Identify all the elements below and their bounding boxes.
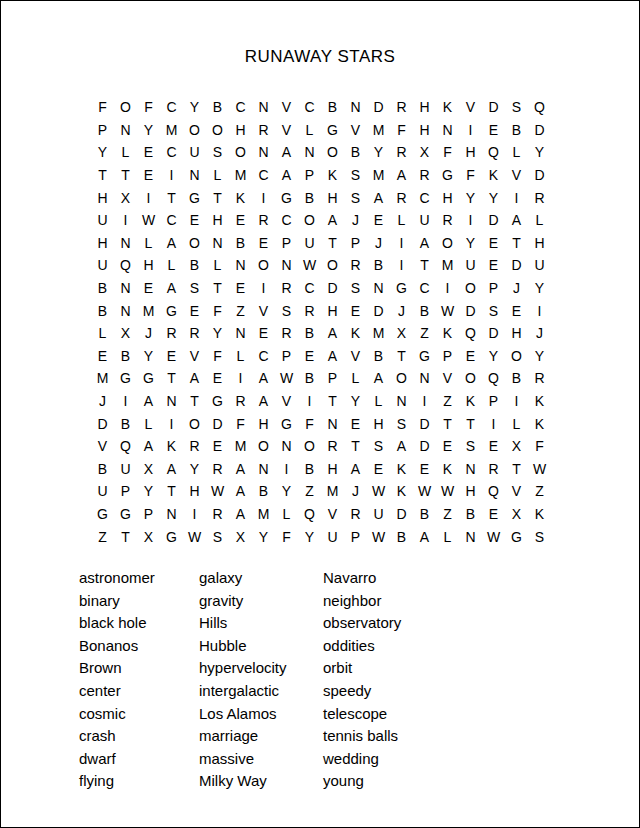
grid-cell-r9c1[interactable]: B	[91, 277, 114, 300]
grid-cell-r4c3[interactable]: E	[137, 164, 160, 187]
grid-cell-r5c9[interactable]: G	[275, 186, 298, 209]
word-list-item[interactable]: galaxy	[199, 567, 323, 590]
grid-cell-r2c5[interactable]: O	[183, 119, 206, 142]
grid-cell-r10c19[interactable]: E	[505, 299, 528, 322]
grid-cell-r2c15[interactable]: H	[413, 119, 436, 142]
grid-cell-r15c19[interactable]: L	[505, 412, 528, 435]
grid-cell-r11c11[interactable]: A	[321, 322, 344, 345]
grid-cell-r18c10[interactable]: Z	[298, 480, 321, 503]
grid-cell-r10c12[interactable]: E	[344, 299, 367, 322]
grid-cell-r10c2[interactable]: N	[114, 299, 137, 322]
grid-cell-r6c14[interactable]: L	[390, 209, 413, 232]
grid-cell-r11c18[interactable]: D	[482, 322, 505, 345]
word-list-item[interactable]: dwarf	[79, 748, 199, 771]
grid-cell-r10c18[interactable]: S	[482, 299, 505, 322]
grid-cell-r9c6[interactable]: T	[206, 277, 229, 300]
word-list-item[interactable]: gravity	[199, 590, 323, 613]
grid-cell-r11c14[interactable]: X	[390, 322, 413, 345]
grid-cell-r3c3[interactable]: E	[137, 141, 160, 164]
grid-cell-r2c3[interactable]: Y	[137, 119, 160, 142]
word-list-item[interactable]: observatory	[323, 612, 401, 635]
grid-cell-r18c9[interactable]: Y	[275, 480, 298, 503]
grid-cell-r13c17[interactable]: O	[459, 367, 482, 390]
grid-cell-r14c15[interactable]: I	[413, 390, 436, 413]
grid-cell-r11c2[interactable]: X	[114, 322, 137, 345]
grid-cell-r4c5[interactable]: N	[183, 164, 206, 187]
grid-cell-r11c3[interactable]: J	[137, 322, 160, 345]
grid-cell-r16c7[interactable]: M	[229, 435, 252, 458]
grid-cell-r12c8[interactable]: C	[252, 345, 275, 368]
grid-cell-r4c8[interactable]: C	[252, 164, 275, 187]
grid-cell-r17c15[interactable]: E	[413, 458, 436, 481]
grid-cell-r6c8[interactable]: R	[252, 209, 275, 232]
grid-cell-r14c7[interactable]: R	[229, 390, 252, 413]
grid-cell-r18c2[interactable]: P	[114, 480, 137, 503]
grid-cell-r18c4[interactable]: T	[160, 480, 183, 503]
grid-cell-r6c6[interactable]: H	[206, 209, 229, 232]
grid-cell-r2c1[interactable]: P	[91, 119, 114, 142]
grid-cell-r2c13[interactable]: M	[367, 119, 390, 142]
grid-cell-r8c13[interactable]: B	[367, 254, 390, 277]
grid-cell-r19c16[interactable]: Z	[436, 503, 459, 526]
grid-cell-r11c19[interactable]: H	[505, 322, 528, 345]
grid-cell-r17c7[interactable]: A	[229, 458, 252, 481]
grid-cell-r18c11[interactable]: M	[321, 480, 344, 503]
grid-cell-r12c2[interactable]: B	[114, 345, 137, 368]
grid-cell-r7c9[interactable]: P	[275, 232, 298, 255]
grid-cell-r19c17[interactable]: B	[459, 503, 482, 526]
grid-cell-r18c14[interactable]: K	[390, 480, 413, 503]
grid-cell-r7c12[interactable]: P	[344, 232, 367, 255]
grid-cell-r7c13[interactable]: J	[367, 232, 390, 255]
grid-cell-r8c19[interactable]: D	[505, 254, 528, 277]
grid-cell-r4c7[interactable]: M	[229, 164, 252, 187]
grid-cell-r19c3[interactable]: P	[137, 503, 160, 526]
grid-cell-r9c11[interactable]: D	[321, 277, 344, 300]
grid-cell-r5c20[interactable]: R	[528, 186, 551, 209]
grid-cell-r17c4[interactable]: A	[160, 458, 183, 481]
word-list-item[interactable]: Milky Way	[199, 770, 323, 793]
grid-cell-r9c14[interactable]: G	[390, 277, 413, 300]
grid-cell-r16c10[interactable]: O	[298, 435, 321, 458]
word-list-item[interactable]: black hole	[79, 612, 199, 635]
grid-cell-r11c7[interactable]: N	[229, 322, 252, 345]
grid-cell-r2c4[interactable]: M	[160, 119, 183, 142]
grid-cell-r6c10[interactable]: O	[298, 209, 321, 232]
grid-cell-r9c7[interactable]: E	[229, 277, 252, 300]
grid-cell-r4c18[interactable]: K	[482, 164, 505, 187]
grid-cell-r8c9[interactable]: N	[275, 254, 298, 277]
grid-cell-r8c5[interactable]: B	[183, 254, 206, 277]
grid-cell-r8c4[interactable]: L	[160, 254, 183, 277]
grid-cell-r1c11[interactable]: B	[321, 96, 344, 119]
grid-cell-r12c16[interactable]: P	[436, 345, 459, 368]
grid-cell-r7c18[interactable]: E	[482, 232, 505, 255]
grid-cell-r15c10[interactable]: F	[298, 412, 321, 435]
grid-cell-r15c16[interactable]: T	[436, 412, 459, 435]
grid-cell-r7c19[interactable]: T	[505, 232, 528, 255]
grid-cell-r17c6[interactable]: R	[206, 458, 229, 481]
grid-cell-r1c10[interactable]: C	[298, 96, 321, 119]
grid-cell-r10c13[interactable]: D	[367, 299, 390, 322]
grid-cell-r9c10[interactable]: C	[298, 277, 321, 300]
grid-cell-r2c8[interactable]: R	[252, 119, 275, 142]
grid-cell-r19c9[interactable]: L	[275, 503, 298, 526]
grid-cell-r13c19[interactable]: B	[505, 367, 528, 390]
word-list-item[interactable]: oddities	[323, 635, 401, 658]
grid-cell-r16c14[interactable]: A	[390, 435, 413, 458]
grid-cell-r6c20[interactable]: L	[528, 209, 551, 232]
grid-cell-r6c12[interactable]: J	[344, 209, 367, 232]
grid-cell-r11c15[interactable]: Z	[413, 322, 436, 345]
grid-cell-r2c2[interactable]: N	[114, 119, 137, 142]
grid-cell-r12c13[interactable]: B	[367, 345, 390, 368]
grid-cell-r8c12[interactable]: R	[344, 254, 367, 277]
grid-cell-r19c10[interactable]: Q	[298, 503, 321, 526]
grid-cell-r19c15[interactable]: B	[413, 503, 436, 526]
grid-cell-r2c11[interactable]: G	[321, 119, 344, 142]
grid-cell-r7c17[interactable]: Y	[459, 232, 482, 255]
grid-cell-r10c1[interactable]: B	[91, 299, 114, 322]
grid-cell-r17c19[interactable]: T	[505, 458, 528, 481]
grid-cell-r12c11[interactable]: A	[321, 345, 344, 368]
grid-cell-r15c13[interactable]: H	[367, 412, 390, 435]
grid-cell-r6c9[interactable]: C	[275, 209, 298, 232]
grid-cell-r17c18[interactable]: R	[482, 458, 505, 481]
grid-cell-r18c3[interactable]: Y	[137, 480, 160, 503]
grid-cell-r3c12[interactable]: B	[344, 141, 367, 164]
grid-cell-r19c5[interactable]: I	[183, 503, 206, 526]
grid-cell-r17c5[interactable]: Y	[183, 458, 206, 481]
grid-cell-r2c9[interactable]: V	[275, 119, 298, 142]
grid-cell-r17c12[interactable]: A	[344, 458, 367, 481]
grid-cell-r5c13[interactable]: A	[367, 186, 390, 209]
grid-cell-r4c13[interactable]: M	[367, 164, 390, 187]
grid-cell-r9c16[interactable]: I	[436, 277, 459, 300]
grid-cell-r15c9[interactable]: G	[275, 412, 298, 435]
grid-cell-r1c18[interactable]: D	[482, 96, 505, 119]
grid-cell-r16c16[interactable]: E	[436, 435, 459, 458]
grid-cell-r14c8[interactable]: A	[252, 390, 275, 413]
grid-cell-r7c6[interactable]: N	[206, 232, 229, 255]
grid-cell-r20c9[interactable]: F	[275, 525, 298, 548]
grid-cell-r20c19[interactable]: G	[505, 525, 528, 548]
grid-cell-r4c6[interactable]: L	[206, 164, 229, 187]
grid-cell-r14c14[interactable]: N	[390, 390, 413, 413]
grid-cell-r5c14[interactable]: R	[390, 186, 413, 209]
grid-cell-r6c4[interactable]: C	[160, 209, 183, 232]
grid-cell-r20c7[interactable]: X	[229, 525, 252, 548]
grid-cell-r3c11[interactable]: O	[321, 141, 344, 164]
grid-cell-r9c18[interactable]: P	[482, 277, 505, 300]
grid-cell-r20c11[interactable]: U	[321, 525, 344, 548]
grid-cell-r2c17[interactable]: I	[459, 119, 482, 142]
grid-cell-r20c4[interactable]: G	[160, 525, 183, 548]
grid-cell-r15c1[interactable]: D	[91, 412, 114, 435]
grid-cell-r17c16[interactable]: K	[436, 458, 459, 481]
grid-cell-r16c3[interactable]: A	[137, 435, 160, 458]
grid-cell-r6c17[interactable]: I	[459, 209, 482, 232]
word-list-item[interactable]: Hills	[199, 612, 323, 635]
grid-cell-r17c10[interactable]: B	[298, 458, 321, 481]
grid-cell-r15c6[interactable]: D	[206, 412, 229, 435]
grid-cell-r12c20[interactable]: Y	[528, 345, 551, 368]
grid-cell-r14c11[interactable]: T	[321, 390, 344, 413]
grid-cell-r15c12[interactable]: E	[344, 412, 367, 435]
grid-cell-r18c13[interactable]: W	[367, 480, 390, 503]
grid-cell-r4c12[interactable]: S	[344, 164, 367, 187]
grid-cell-r15c2[interactable]: B	[114, 412, 137, 435]
grid-cell-r8c20[interactable]: U	[528, 254, 551, 277]
grid-cell-r20c8[interactable]: Y	[252, 525, 275, 548]
grid-cell-r9c8[interactable]: I	[252, 277, 275, 300]
grid-cell-r5c6[interactable]: T	[206, 186, 229, 209]
grid-cell-r8c16[interactable]: M	[436, 254, 459, 277]
grid-cell-r14c19[interactable]: I	[505, 390, 528, 413]
grid-cell-r17c20[interactable]: W	[528, 458, 551, 481]
grid-cell-r18c20[interactable]: Z	[528, 480, 551, 503]
grid-cell-r14c4[interactable]: N	[160, 390, 183, 413]
grid-cell-r20c3[interactable]: X	[137, 525, 160, 548]
grid-cell-r19c8[interactable]: M	[252, 503, 275, 526]
grid-cell-r20c10[interactable]: Y	[298, 525, 321, 548]
word-list-item[interactable]: Brown	[79, 657, 199, 680]
grid-cell-r19c4[interactable]: N	[160, 503, 183, 526]
grid-cell-r7c11[interactable]: T	[321, 232, 344, 255]
grid-cell-r14c16[interactable]: Z	[436, 390, 459, 413]
grid-cell-r2c6[interactable]: O	[206, 119, 229, 142]
grid-cell-r5c8[interactable]: I	[252, 186, 275, 209]
grid-cell-r12c1[interactable]: E	[91, 345, 114, 368]
grid-cell-r12c6[interactable]: F	[206, 345, 229, 368]
word-list-item[interactable]: Hubble	[199, 635, 323, 658]
grid-cell-r16c9[interactable]: N	[275, 435, 298, 458]
grid-cell-r8c2[interactable]: Q	[114, 254, 137, 277]
grid-cell-r11c8[interactable]: E	[252, 322, 275, 345]
grid-cell-r17c1[interactable]: B	[91, 458, 114, 481]
grid-cell-r14c20[interactable]: K	[528, 390, 551, 413]
word-list-item[interactable]: telescope	[323, 703, 401, 726]
grid-cell-r14c13[interactable]: L	[367, 390, 390, 413]
grid-cell-r15c18[interactable]: I	[482, 412, 505, 435]
grid-cell-r3c15[interactable]: X	[413, 141, 436, 164]
word-list-item[interactable]: cosmic	[79, 703, 199, 726]
grid-cell-r13c12[interactable]: L	[344, 367, 367, 390]
grid-cell-r18c15[interactable]: W	[413, 480, 436, 503]
grid-cell-r14c18[interactable]: P	[482, 390, 505, 413]
grid-cell-r20c6[interactable]: S	[206, 525, 229, 548]
word-list-item[interactable]: astronomer	[79, 567, 199, 590]
grid-cell-r7c14[interactable]: I	[390, 232, 413, 255]
grid-cell-r3c19[interactable]: L	[505, 141, 528, 164]
grid-cell-r6c11[interactable]: A	[321, 209, 344, 232]
grid-cell-r20c16[interactable]: L	[436, 525, 459, 548]
grid-cell-r19c6[interactable]: R	[206, 503, 229, 526]
grid-cell-r20c2[interactable]: T	[114, 525, 137, 548]
word-list-item[interactable]: tennis balls	[323, 725, 401, 748]
grid-cell-r1c17[interactable]: V	[459, 96, 482, 119]
grid-cell-r16c20[interactable]: F	[528, 435, 551, 458]
grid-cell-r5c16[interactable]: H	[436, 186, 459, 209]
grid-cell-r2c18[interactable]: E	[482, 119, 505, 142]
grid-cell-r7c7[interactable]: B	[229, 232, 252, 255]
grid-cell-r14c6[interactable]: G	[206, 390, 229, 413]
grid-cell-r8c7[interactable]: N	[229, 254, 252, 277]
grid-cell-r10c15[interactable]: B	[413, 299, 436, 322]
grid-cell-r10c7[interactable]: Z	[229, 299, 252, 322]
grid-cell-r3c8[interactable]: N	[252, 141, 275, 164]
grid-cell-r7c4[interactable]: A	[160, 232, 183, 255]
grid-cell-r19c12[interactable]: R	[344, 503, 367, 526]
grid-cell-r8c6[interactable]: L	[206, 254, 229, 277]
grid-cell-r12c3[interactable]: Y	[137, 345, 160, 368]
grid-cell-r3c20[interactable]: Y	[528, 141, 551, 164]
grid-cell-r3c7[interactable]: O	[229, 141, 252, 164]
word-list-item[interactable]: speedy	[323, 680, 401, 703]
grid-cell-r10c17[interactable]: D	[459, 299, 482, 322]
grid-cell-r17c9[interactable]: I	[275, 458, 298, 481]
grid-cell-r12c18[interactable]: Y	[482, 345, 505, 368]
grid-cell-r6c13[interactable]: E	[367, 209, 390, 232]
grid-cell-r9c17[interactable]: O	[459, 277, 482, 300]
grid-cell-r4c15[interactable]: R	[413, 164, 436, 187]
grid-cell-r8c8[interactable]: O	[252, 254, 275, 277]
grid-cell-r11c16[interactable]: K	[436, 322, 459, 345]
grid-cell-r13c16[interactable]: V	[436, 367, 459, 390]
grid-cell-r11c4[interactable]: R	[160, 322, 183, 345]
grid-cell-r7c16[interactable]: O	[436, 232, 459, 255]
grid-cell-r13c1[interactable]: M	[91, 367, 114, 390]
grid-cell-r9c3[interactable]: E	[137, 277, 160, 300]
word-list-item[interactable]: flying	[79, 770, 199, 793]
grid-cell-r12c17[interactable]: E	[459, 345, 482, 368]
grid-cell-r15c8[interactable]: H	[252, 412, 275, 435]
grid-cell-r15c7[interactable]: F	[229, 412, 252, 435]
grid-cell-r9c2[interactable]: N	[114, 277, 137, 300]
grid-cell-r9c9[interactable]: R	[275, 277, 298, 300]
grid-cell-r6c2[interactable]: I	[114, 209, 137, 232]
grid-cell-r20c12[interactable]: P	[344, 525, 367, 548]
grid-cell-r7c8[interactable]: E	[252, 232, 275, 255]
grid-cell-r4c16[interactable]: G	[436, 164, 459, 187]
grid-cell-r16c19[interactable]: X	[505, 435, 528, 458]
grid-cell-r13c3[interactable]: G	[137, 367, 160, 390]
word-list-item[interactable]: wedding	[323, 748, 401, 771]
grid-cell-r16c4[interactable]: K	[160, 435, 183, 458]
grid-cell-r9c20[interactable]: Y	[528, 277, 551, 300]
grid-cell-r1c12[interactable]: N	[344, 96, 367, 119]
grid-cell-r13c20[interactable]: R	[528, 367, 551, 390]
grid-cell-r18c12[interactable]: J	[344, 480, 367, 503]
grid-cell-r5c2[interactable]: X	[114, 186, 137, 209]
grid-cell-r15c15[interactable]: D	[413, 412, 436, 435]
grid-cell-r20c20[interactable]: S	[528, 525, 551, 548]
word-list-item[interactable]: intergalactic	[199, 680, 323, 703]
grid-cell-r13c2[interactable]: G	[114, 367, 137, 390]
grid-cell-r14c17[interactable]: K	[459, 390, 482, 413]
grid-cell-r11c13[interactable]: M	[367, 322, 390, 345]
grid-cell-r6c3[interactable]: W	[137, 209, 160, 232]
grid-cell-r10c6[interactable]: F	[206, 299, 229, 322]
grid-cell-r5c5[interactable]: G	[183, 186, 206, 209]
grid-cell-r10c4[interactable]: G	[160, 299, 183, 322]
word-list-item[interactable]: marriage	[199, 725, 323, 748]
grid-cell-r7c2[interactable]: N	[114, 232, 137, 255]
word-list-item[interactable]: Los Alamos	[199, 703, 323, 726]
grid-cell-r3c13[interactable]: Y	[367, 141, 390, 164]
grid-cell-r18c1[interactable]: U	[91, 480, 114, 503]
grid-cell-r12c12[interactable]: V	[344, 345, 367, 368]
grid-cell-r16c1[interactable]: V	[91, 435, 114, 458]
grid-cell-r7c5[interactable]: O	[183, 232, 206, 255]
grid-cell-r17c13[interactable]: E	[367, 458, 390, 481]
grid-cell-r8c10[interactable]: W	[298, 254, 321, 277]
grid-cell-r10c10[interactable]: R	[298, 299, 321, 322]
grid-cell-r12c7[interactable]: L	[229, 345, 252, 368]
grid-cell-r11c1[interactable]: L	[91, 322, 114, 345]
grid-cell-r8c17[interactable]: U	[459, 254, 482, 277]
grid-cell-r17c11[interactable]: H	[321, 458, 344, 481]
grid-cell-r1c8[interactable]: N	[252, 96, 275, 119]
grid-cell-r3c10[interactable]: N	[298, 141, 321, 164]
grid-cell-r19c2[interactable]: G	[114, 503, 137, 526]
grid-cell-r9c13[interactable]: N	[367, 277, 390, 300]
grid-cell-r20c13[interactable]: W	[367, 525, 390, 548]
grid-cell-r10c9[interactable]: S	[275, 299, 298, 322]
grid-cell-r5c3[interactable]: I	[137, 186, 160, 209]
grid-cell-r14c2[interactable]: I	[114, 390, 137, 413]
grid-cell-r17c2[interactable]: U	[114, 458, 137, 481]
grid-cell-r14c5[interactable]: T	[183, 390, 206, 413]
grid-cell-r7c3[interactable]: L	[137, 232, 160, 255]
grid-cell-r3c1[interactable]: Y	[91, 141, 114, 164]
word-list-item[interactable]: orbit	[323, 657, 401, 680]
grid-cell-r13c7[interactable]: I	[229, 367, 252, 390]
grid-cell-r18c5[interactable]: H	[183, 480, 206, 503]
grid-cell-r1c5[interactable]: Y	[183, 96, 206, 119]
grid-cell-r18c16[interactable]: W	[436, 480, 459, 503]
grid-cell-r4c4[interactable]: I	[160, 164, 183, 187]
grid-cell-r4c14[interactable]: A	[390, 164, 413, 187]
grid-cell-r6c5[interactable]: E	[183, 209, 206, 232]
grid-cell-r20c15[interactable]: A	[413, 525, 436, 548]
grid-cell-r1c4[interactable]: C	[160, 96, 183, 119]
grid-cell-r9c12[interactable]: S	[344, 277, 367, 300]
grid-cell-r1c1[interactable]: F	[91, 96, 114, 119]
grid-cell-r11c17[interactable]: Q	[459, 322, 482, 345]
grid-cell-r12c14[interactable]: T	[390, 345, 413, 368]
word-list-item[interactable]: Bonanos	[79, 635, 199, 658]
grid-cell-r7c15[interactable]: A	[413, 232, 436, 255]
grid-cell-r19c14[interactable]: D	[390, 503, 413, 526]
word-list-item[interactable]: binary	[79, 590, 199, 613]
grid-cell-r19c1[interactable]: G	[91, 503, 114, 526]
grid-cell-r2c10[interactable]: L	[298, 119, 321, 142]
grid-cell-r14c9[interactable]: V	[275, 390, 298, 413]
grid-cell-r5c19[interactable]: I	[505, 186, 528, 209]
grid-cell-r3c18[interactable]: Q	[482, 141, 505, 164]
grid-cell-r13c15[interactable]: N	[413, 367, 436, 390]
grid-cell-r5c10[interactable]: B	[298, 186, 321, 209]
grid-cell-r18c8[interactable]: B	[252, 480, 275, 503]
grid-cell-r12c10[interactable]: E	[298, 345, 321, 368]
grid-cell-r9c15[interactable]: C	[413, 277, 436, 300]
grid-cell-r6c16[interactable]: R	[436, 209, 459, 232]
grid-cell-r13c5[interactable]: A	[183, 367, 206, 390]
grid-cell-r10c14[interactable]: J	[390, 299, 413, 322]
grid-cell-r16c2[interactable]: Q	[114, 435, 137, 458]
word-list-item[interactable]: young	[323, 770, 401, 793]
